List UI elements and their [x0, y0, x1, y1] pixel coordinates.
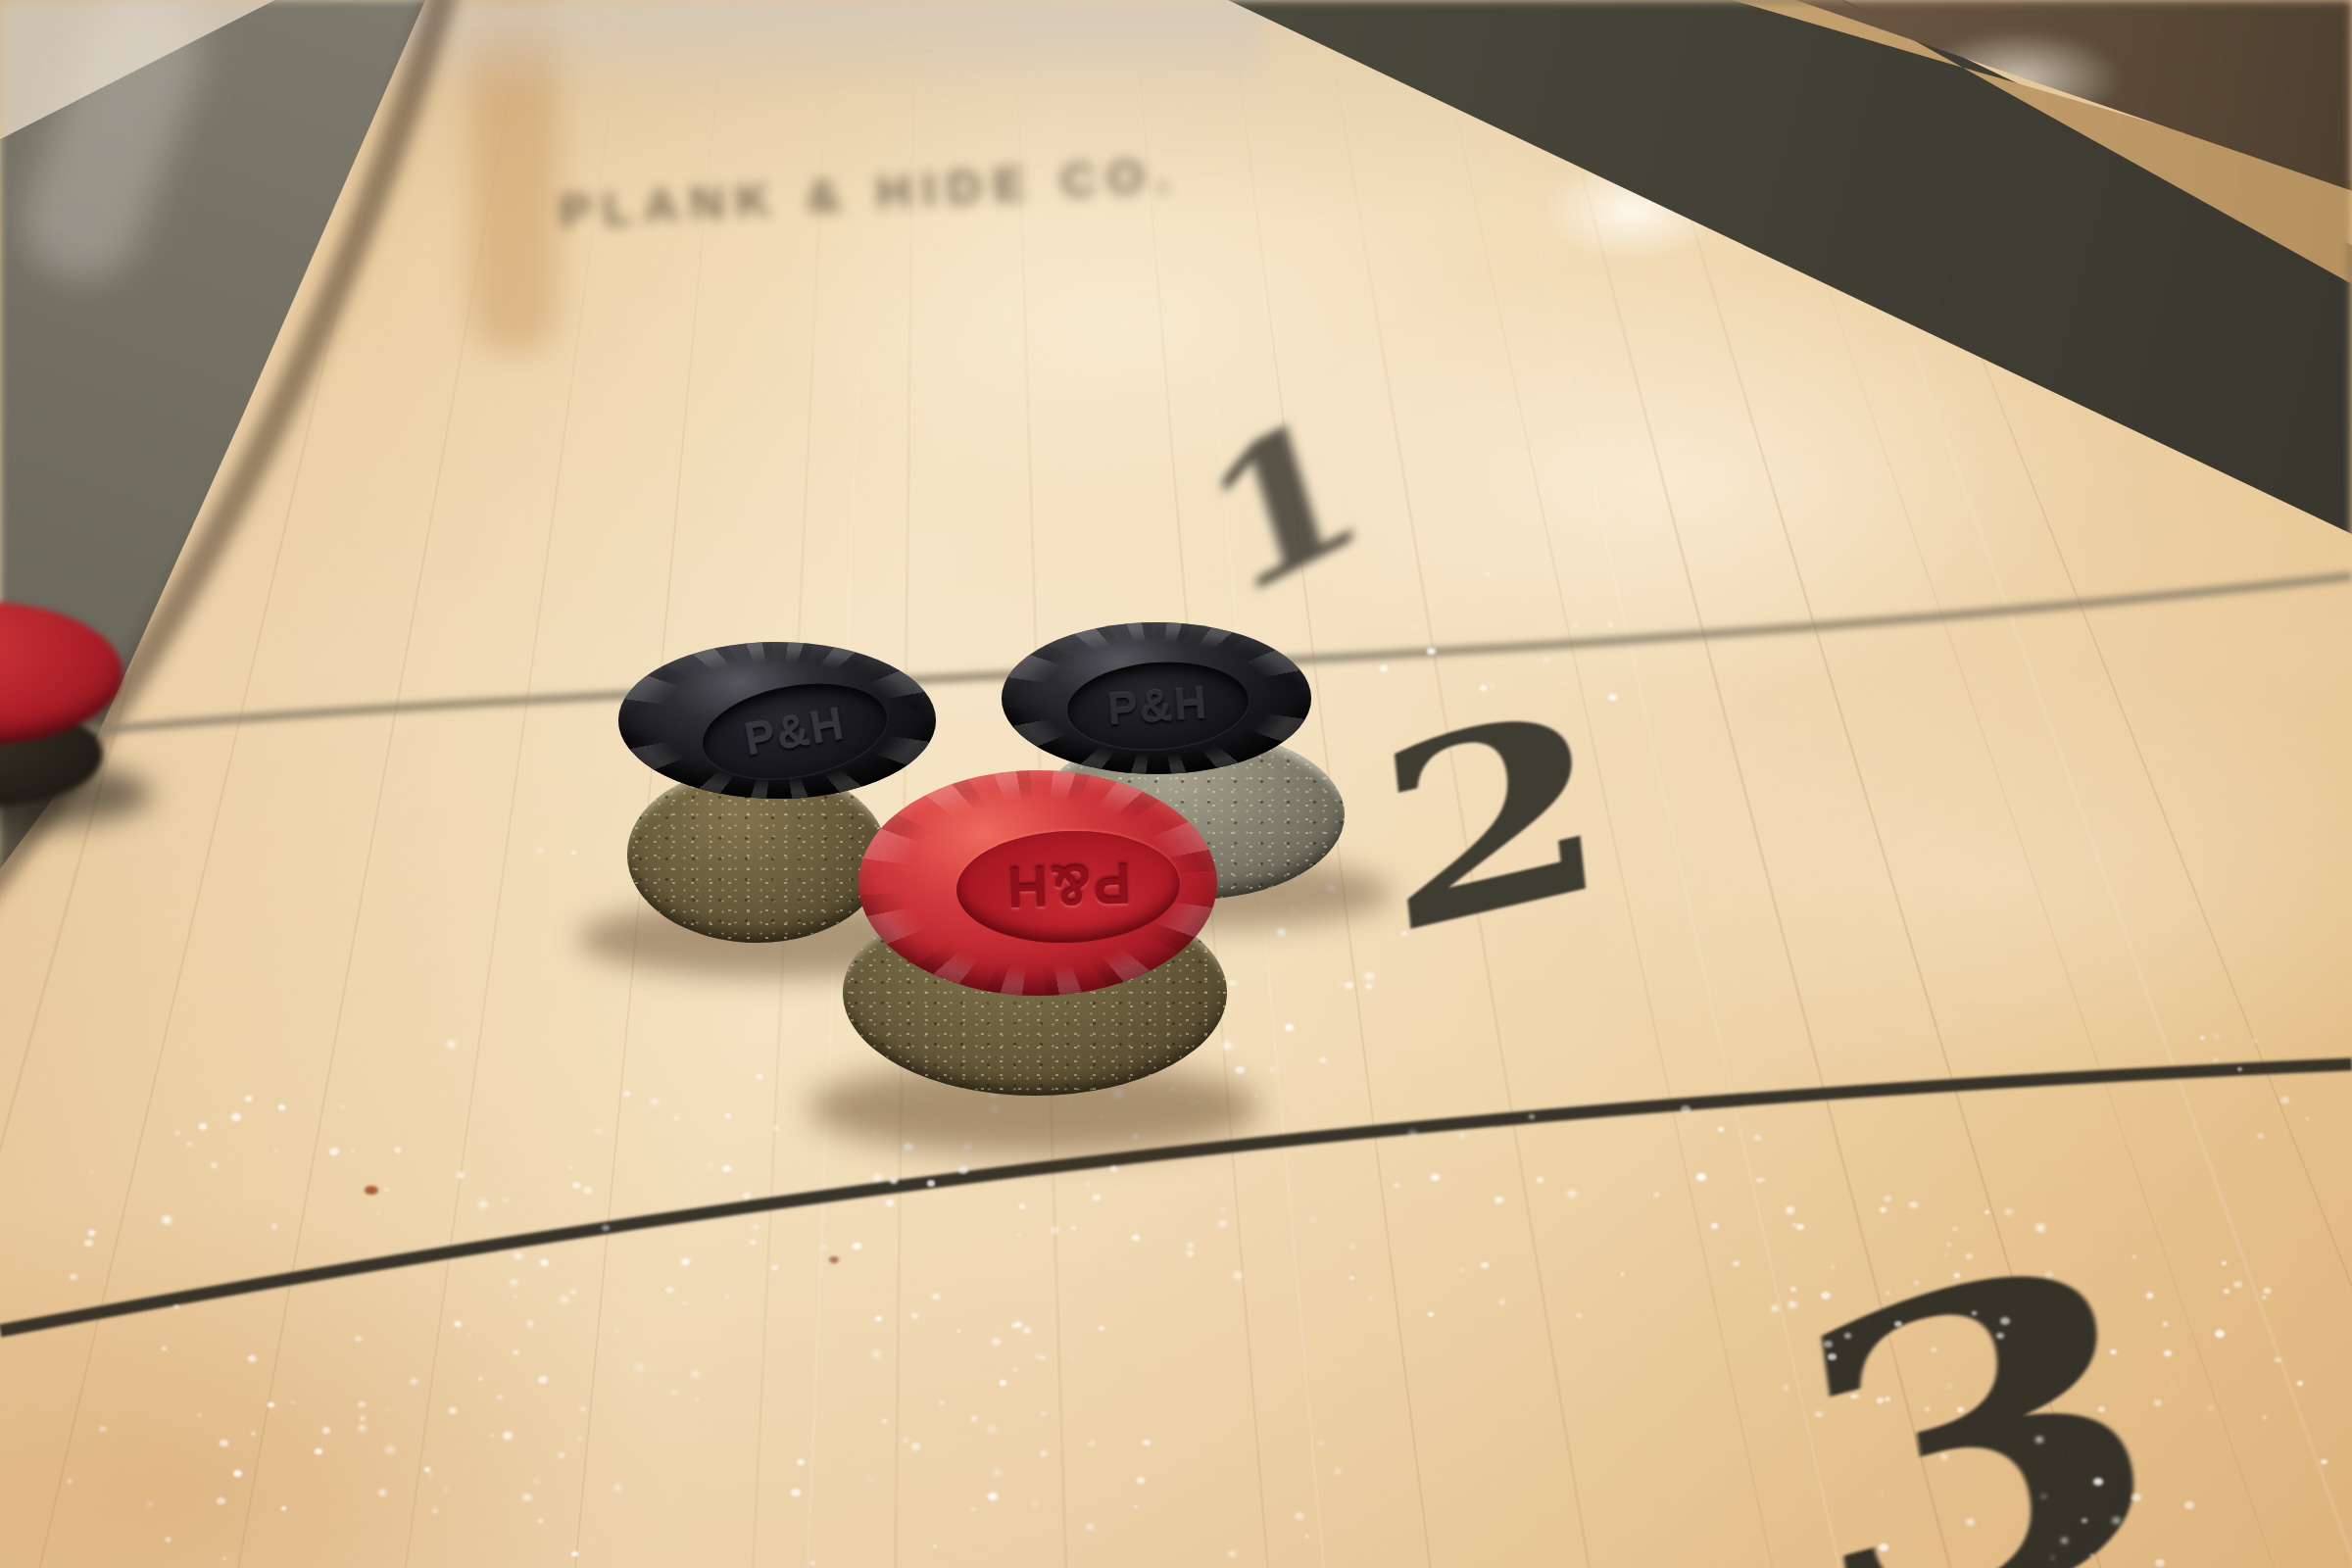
wax-speckle [273, 1150, 277, 1152]
wax-speckle [538, 1376, 548, 1384]
wax-speckle [724, 1295, 729, 1298]
wax-speckle [385, 1445, 395, 1453]
wax-speckle [1984, 1210, 1989, 1214]
wax-speckle [510, 1279, 518, 1286]
wax-speckle [757, 1074, 762, 1079]
wax-speckle [2061, 1538, 2068, 1543]
wax-speckle [245, 1096, 252, 1102]
wax-speckle [1790, 1287, 1796, 1292]
wax-speckle [538, 1519, 543, 1523]
wax-speckle [1909, 1201, 1918, 1208]
wax-speckle [2275, 1357, 2281, 1362]
wax-speckle [2154, 1399, 2162, 1406]
wax-speckle [1754, 1135, 1761, 1141]
wax-speckle [2237, 1067, 2242, 1071]
wax-speckle [2089, 1553, 2094, 1557]
wax-speckle [797, 1459, 805, 1465]
wax-speckle [1349, 1244, 1355, 1249]
wax-speckle [1110, 1166, 1117, 1172]
wax-speckle [447, 1041, 456, 1048]
wax-speckle [886, 1200, 894, 1206]
wax-speckle [2051, 1556, 2054, 1559]
wax-speckle [1234, 1272, 1242, 1279]
wax-speckle [853, 1243, 861, 1249]
wax-speckle [2253, 1039, 2258, 1043]
wax-speckle [1925, 1407, 1930, 1411]
wax-speckle [148, 1502, 152, 1505]
wax-speckle [614, 1485, 621, 1491]
wax-speckle [2163, 1322, 2168, 1326]
wax-speckle [1428, 1312, 1434, 1316]
wax-speckle [231, 1113, 241, 1121]
wax-speckle [1886, 1292, 1889, 1295]
wax-speckle [1035, 1354, 1040, 1358]
wax-speckle [2224, 1289, 2229, 1294]
wax-speckle [958, 1166, 968, 1174]
wax-speckle [571, 851, 576, 855]
wax-speckle [569, 1166, 572, 1169]
wax-speckle [2215, 1330, 2225, 1338]
wax-speckle [1270, 1067, 1275, 1071]
wax-speckle [68, 1480, 72, 1483]
wax-speckle [1756, 1178, 1762, 1183]
wax-speckle [175, 1131, 180, 1135]
wax-speckle [2214, 1058, 2218, 1061]
wax-speckle [1573, 624, 1577, 627]
wax-speckle [722, 1165, 731, 1172]
wax-speckle [497, 1395, 503, 1399]
wax-speckle [2297, 1381, 2303, 1386]
wax-speckle [84, 1240, 93, 1247]
wax-speckle [1718, 1127, 1724, 1132]
wax-speckle [89, 1171, 93, 1174]
wax-speckle [992, 1338, 1001, 1346]
wax-speckle [220, 1440, 228, 1446]
wax-speckle [1277, 928, 1286, 936]
wax-speckle [1877, 1397, 1884, 1403]
wax-speckle [875, 1316, 882, 1321]
wax-speckle [360, 1416, 366, 1421]
wax-speckle [1490, 684, 1494, 688]
wax-speckle [692, 1371, 699, 1377]
wax-speckle [1932, 1347, 1936, 1351]
wax-speckle [2215, 1035, 2219, 1038]
wax-speckle [2000, 1317, 2010, 1325]
wax-speckle [2132, 1255, 2136, 1258]
wax-speckle [1850, 1395, 1855, 1398]
wax-speckle [1966, 1253, 1973, 1259]
wax-speckle [2035, 1437, 2043, 1443]
wax-speckle [1394, 1183, 1399, 1188]
wax-speckle [2146, 1293, 2153, 1298]
wax-speckle [1366, 984, 1372, 989]
wax-speckle [2171, 1382, 2174, 1384]
wax-speckle [2262, 1296, 2267, 1299]
wax-speckle [2098, 1406, 2105, 1412]
wax-speckle [395, 1148, 401, 1152]
wax-speckle [1459, 1133, 1465, 1138]
puck-brand-emboss: P&H [1105, 675, 1210, 735]
wax-speckle [278, 1104, 285, 1110]
wax-speckle [1408, 1130, 1417, 1137]
wax-speckle [2041, 1494, 2046, 1498]
wax-speckle [2280, 1097, 2289, 1103]
wax-speckle [537, 848, 544, 854]
wax-speckle [994, 1470, 1001, 1475]
wax-speckle [681, 1258, 690, 1265]
wax-speckle [939, 1400, 945, 1405]
wax-speckle [454, 1321, 462, 1327]
wax-speckle [1880, 1493, 1883, 1495]
puck-cap-red: P&H [858, 770, 1217, 996]
wax-speckle [514, 1252, 522, 1259]
wax-speckle [2184, 1501, 2194, 1509]
puck-cap-black: P&H [1002, 622, 1311, 774]
wax-speckle [872, 1350, 881, 1357]
wax-speckle [560, 1296, 569, 1303]
wax-speckle [1229, 1551, 1236, 1556]
wax-speckle [1071, 1226, 1076, 1230]
wax-speckle [533, 1479, 539, 1484]
wax-speckle [1051, 1226, 1059, 1234]
wax-speckle [358, 1401, 366, 1407]
wax-speckle [1254, 1095, 1258, 1098]
wax-speckle [99, 1426, 107, 1432]
wax-speckle [988, 1493, 998, 1500]
wax-speckle [602, 1225, 610, 1231]
wax-speckle [665, 1287, 674, 1294]
wax-speckle [1947, 1384, 1952, 1388]
wax-speckle [1946, 1243, 1951, 1247]
wax-speckle [1485, 571, 1491, 576]
wax-speckle [1431, 1174, 1440, 1181]
wax-speckle [1319, 1442, 1324, 1445]
wax-speckle [696, 1398, 699, 1401]
wax-speckle [1537, 1177, 1543, 1183]
wax-speckle [1015, 1322, 1022, 1327]
wax-speckle [281, 1506, 286, 1510]
wax-speckle [1967, 1519, 1974, 1525]
wax-speckle [271, 1224, 277, 1229]
wax-speckle [1413, 626, 1416, 629]
wax-speckle [2045, 1271, 2053, 1278]
wax-speckle [882, 1419, 887, 1423]
wax-speckle [1218, 1220, 1227, 1227]
wax-speckle [1996, 1333, 2004, 1339]
wax-speckle [88, 1230, 95, 1236]
wax-speckle [1132, 1235, 1140, 1241]
wax-speckle [927, 1180, 935, 1187]
wax-speckle [1543, 658, 1550, 662]
wax-speckle [1914, 1281, 1919, 1285]
wax-speckle [1285, 1024, 1294, 1031]
wax-speckle [911, 1313, 918, 1319]
wax-speckle [2222, 1261, 2227, 1265]
wax-speckle [1608, 622, 1613, 626]
wax-speckle [467, 1333, 471, 1336]
wax-speckle [432, 1508, 438, 1513]
wax-speckle [197, 1413, 202, 1417]
wax-speckle [558, 1452, 565, 1458]
wax-speckle [1427, 648, 1436, 655]
wax-speckle [791, 1489, 801, 1496]
wax-speckle [1608, 694, 1617, 701]
wax-speckle [1771, 1305, 1779, 1311]
wax-speckle [322, 1427, 330, 1434]
wax-speckle [1401, 931, 1407, 936]
puck-brand-emboss: P&H [1004, 852, 1133, 921]
wax-speckle [1884, 1196, 1891, 1201]
wax-speckle [1681, 1105, 1690, 1113]
wax-speckle [957, 1330, 960, 1333]
wax-speckle [911, 1443, 920, 1450]
wax-speckle [2005, 1209, 2012, 1214]
wax-speckle [329, 1148, 339, 1155]
wax-speckle [384, 1188, 389, 1192]
wax-speckle [1621, 1273, 1624, 1276]
puck-cap-red [0, 602, 122, 745]
wax-speckle [1032, 1501, 1038, 1506]
wax-speckle [1349, 1276, 1354, 1280]
wax-speckle [615, 1330, 618, 1333]
wax-speckle [1576, 1313, 1582, 1318]
wax-speckle [2208, 1406, 2213, 1410]
wax-speckle [503, 1199, 509, 1202]
wax-speckle [583, 1187, 592, 1194]
wax-speckle [377, 1211, 380, 1214]
wax-speckle [2131, 1494, 2141, 1501]
wax-speckle [424, 1467, 430, 1472]
wax-speckle [580, 1407, 585, 1411]
wax-speckle [351, 1150, 355, 1152]
wax-speckle [217, 1497, 225, 1504]
wax-speckle [674, 1116, 679, 1120]
wax-speckle [2155, 1559, 2165, 1567]
wax-speckle [1654, 1193, 1659, 1197]
wax-speckle [1494, 1197, 1503, 1203]
wax-speckle [873, 1174, 882, 1181]
wax-speckle [359, 1425, 366, 1431]
wax-speckle [1567, 1190, 1577, 1198]
wax-speckle [1305, 1535, 1308, 1538]
wax-speckle [1340, 982, 1343, 985]
wax-speckle [70, 1274, 77, 1280]
wax-speckle [651, 1099, 659, 1104]
wax-speckle [2112, 1517, 2121, 1524]
wax-speckle [1879, 1543, 1888, 1551]
wax-speckle [1040, 1450, 1048, 1456]
wax-speckle [764, 1322, 768, 1325]
wax-speckle [1017, 1234, 1020, 1237]
wax-speckle [753, 1224, 759, 1230]
wax-speckle [1480, 685, 1487, 691]
wax-speckle [1070, 1356, 1074, 1359]
wax-speckle [1000, 1380, 1006, 1386]
wax-speckle [1134, 1505, 1138, 1508]
wax-speckle [249, 1356, 254, 1360]
wax-speckle [725, 1113, 731, 1118]
wax-speckle [932, 1294, 940, 1299]
wax-speckle [2306, 1117, 2309, 1120]
wax-speckle [186, 1142, 193, 1147]
wax-speckle [173, 1304, 179, 1309]
wax-speckle [1089, 1441, 1096, 1446]
wax-speckle [1954, 1273, 1960, 1278]
wax-speckle [1831, 1265, 1835, 1269]
shuffleboard-table-photo: PLANK & HIDE CO. 1 2 3 P&H P&H [0, 0, 2352, 1568]
wax-speckle [2200, 1036, 2205, 1040]
wax-speckle [1319, 1057, 1327, 1063]
wax-speckle [577, 1437, 582, 1441]
wax-speckle [708, 1163, 713, 1168]
wax-speckle [233, 1470, 242, 1477]
wax-speckle [1137, 1477, 1145, 1484]
wax-speckle [1788, 1301, 1796, 1307]
wax-speckle [211, 1162, 218, 1168]
wax-speckle [540, 1259, 549, 1266]
wax-speckle [1499, 1299, 1505, 1304]
wax-speckle [682, 1301, 687, 1305]
wax-speckle [1844, 1333, 1851, 1339]
wax-speckle [2263, 1416, 2267, 1419]
wax-speckle [1368, 1297, 1373, 1300]
puck-brand-emboss: P&H [741, 696, 850, 765]
wax-speckle [971, 1507, 976, 1511]
wax-speckle [904, 1439, 908, 1443]
wax-speckle [2093, 1478, 2103, 1486]
wax-speckle [1143, 1440, 1151, 1445]
wax-speckle [2321, 1459, 2327, 1464]
wax-speckle [457, 1172, 465, 1178]
wax-speckle [1229, 980, 1237, 986]
wax-speckle [162, 1347, 167, 1350]
wax-speckle [1529, 1114, 1535, 1119]
wax-speckle [750, 1240, 756, 1245]
wax-speckle [572, 1182, 581, 1189]
wax-speckle [1336, 1469, 1341, 1473]
wax-speckle [199, 1123, 207, 1130]
wax-speckle [1885, 1396, 1890, 1401]
wax-speckle [1345, 982, 1353, 989]
wax-speckle [2164, 1350, 2172, 1356]
wax-speckle [1824, 1341, 1833, 1347]
wax-speckle [743, 1193, 751, 1199]
wax-speckle [222, 1557, 226, 1560]
wax-speckle [1221, 1208, 1225, 1211]
wax-speckle [1235, 1066, 1245, 1074]
wax-speckle [1019, 1204, 1025, 1209]
wax-speckle [595, 1129, 601, 1133]
wax-speckle [513, 1349, 519, 1355]
wax-speckle [1796, 1224, 1804, 1230]
wax-speckle [449, 1407, 457, 1414]
wax-speckle [411, 1379, 417, 1384]
wax-speckle [379, 1490, 386, 1495]
wax-speckle [162, 1216, 171, 1224]
wax-speckle [1894, 1321, 1902, 1327]
wax-speckle [1481, 1262, 1489, 1268]
wax-speckle [810, 1561, 815, 1565]
wax-speckle [2233, 1281, 2242, 1288]
wax-speckle [1784, 1386, 1788, 1390]
wax-speckle [1880, 1207, 1886, 1212]
wax-speckle [971, 1416, 977, 1421]
wax-speckle [340, 1105, 344, 1108]
wax-speckle [1023, 1327, 1031, 1334]
wax-speckle [1733, 1261, 1739, 1266]
wax-speckle [1786, 1206, 1794, 1214]
wax-speckle [1187, 1250, 1194, 1256]
wax-speckle [1099, 1326, 1104, 1331]
wax-speckle [268, 1402, 274, 1407]
wax-speckle [166, 1538, 171, 1542]
wax-speckle [387, 1408, 390, 1411]
wax-speckle [635, 1364, 644, 1371]
wax-speckle [1940, 1453, 1948, 1460]
wax-speckle [2257, 1133, 2264, 1139]
wax-speckle [251, 1432, 256, 1436]
puck-red-gutter [0, 586, 132, 821]
wax-speckle [527, 1321, 533, 1326]
wax-speckle [987, 1426, 996, 1433]
wax-speckle [1086, 1183, 1090, 1186]
wax-speckle [478, 1377, 483, 1381]
wax-speckle [1295, 1512, 1304, 1520]
wax-speckle [933, 1544, 937, 1547]
wax-speckle [2035, 1224, 2045, 1232]
wax-speckle [443, 1488, 448, 1492]
wax-speckle [1696, 1173, 1706, 1181]
wax-speckle [1380, 665, 1388, 671]
puck-red-1: P&H [838, 759, 1230, 1112]
wax-speckle [478, 1200, 488, 1208]
wax-speckle [1815, 1411, 1823, 1417]
wax-speckle [1821, 1292, 1831, 1299]
wax-speckle [774, 1126, 778, 1130]
wax-speckle [1957, 1407, 1964, 1412]
wax-speckle [570, 1290, 576, 1295]
wax-speckle [890, 1178, 898, 1184]
wax-speckle [1828, 1353, 1837, 1360]
wax-speckle [1087, 1524, 1094, 1530]
wax-speckle [1459, 1268, 1464, 1272]
wax-speckle [2082, 1518, 2087, 1523]
wax-speckle [672, 1391, 677, 1395]
wax-speckle [1187, 1243, 1194, 1248]
wax-speckle [1641, 608, 1643, 611]
wax-speckle [2264, 1288, 2271, 1294]
wax-speckle [1952, 1227, 1958, 1231]
wax-speckle [571, 1551, 578, 1556]
wax-speckle [868, 1478, 873, 1482]
wax-speckle [355, 1336, 362, 1342]
wax-speckle [623, 1091, 630, 1097]
wax-speckle [491, 1434, 494, 1437]
wax-speckle [1311, 1218, 1316, 1222]
wax-speckle [1013, 1368, 1017, 1371]
wax-speckle [1711, 1223, 1718, 1229]
wax-speckle [1792, 1223, 1796, 1226]
wax-speckle [522, 1494, 532, 1501]
wax-speckle [1364, 972, 1374, 980]
wax-speckle [772, 1265, 778, 1270]
wax-speckle [503, 1432, 513, 1440]
wax-speckle [1041, 1411, 1047, 1416]
wax-speckle [1093, 1195, 1101, 1200]
wax-speckle [1565, 682, 1569, 685]
wax-speckle [1972, 1311, 1977, 1315]
wax-speckle [2110, 1349, 2117, 1354]
